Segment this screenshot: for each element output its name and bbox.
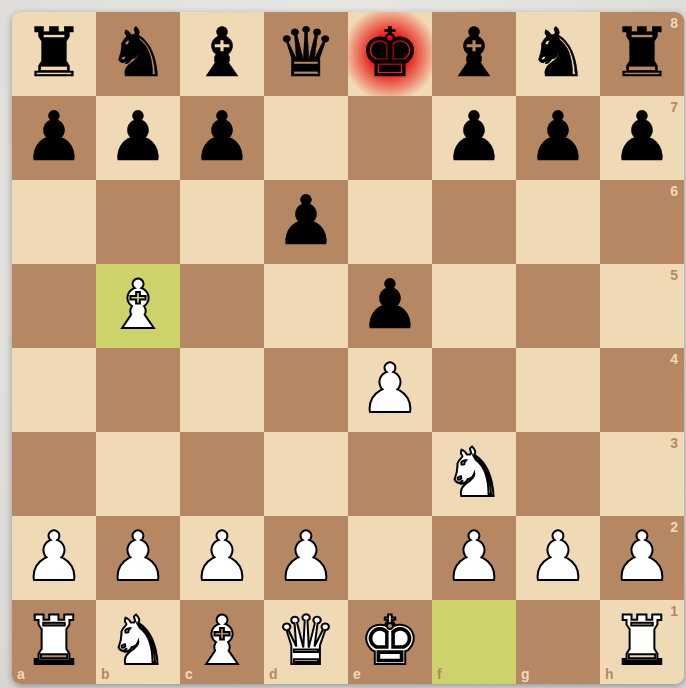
square-a2[interactable]: ♟	[12, 516, 96, 600]
black-pawn[interactable]: ♟	[516, 96, 600, 180]
square-f5[interactable]	[432, 264, 516, 348]
square-b5[interactable]: ♝	[96, 264, 180, 348]
square-f3[interactable]: ♞	[432, 432, 516, 516]
black-knight[interactable]: ♞	[516, 12, 600, 96]
square-f4[interactable]	[432, 348, 516, 432]
square-e5[interactable]: ♟	[348, 264, 432, 348]
square-b2[interactable]: ♟	[96, 516, 180, 600]
square-f2[interactable]: ♟	[432, 516, 516, 600]
square-a4[interactable]	[12, 348, 96, 432]
black-rook[interactable]: ♜	[12, 12, 96, 96]
white-rook[interactable]: ♜	[12, 600, 96, 684]
square-g1[interactable]: g	[516, 600, 600, 684]
white-king[interactable]: ♚	[348, 600, 432, 684]
black-king[interactable]: ♚	[348, 12, 432, 96]
square-d5[interactable]	[264, 264, 348, 348]
square-a5[interactable]	[12, 264, 96, 348]
black-pawn[interactable]: ♟	[348, 264, 432, 348]
square-e6[interactable]	[348, 180, 432, 264]
square-h6[interactable]: 6	[600, 180, 684, 264]
white-pawn[interactable]: ♟	[432, 516, 516, 600]
square-f8[interactable]: ♝	[432, 12, 516, 96]
file-label-g: g	[521, 666, 530, 682]
square-f1[interactable]: f	[432, 600, 516, 684]
black-pawn[interactable]: ♟	[96, 96, 180, 180]
white-pawn[interactable]: ♟	[96, 516, 180, 600]
white-bishop[interactable]: ♝	[96, 264, 180, 348]
square-h7[interactable]: ♟7	[600, 96, 684, 180]
square-d8[interactable]: ♛	[264, 12, 348, 96]
square-h2[interactable]: ♟2	[600, 516, 684, 600]
black-pawn[interactable]: ♟	[432, 96, 516, 180]
rank-label-4: 4	[670, 351, 678, 367]
square-c6[interactable]	[180, 180, 264, 264]
square-d7[interactable]	[264, 96, 348, 180]
square-b6[interactable]	[96, 180, 180, 264]
square-e4[interactable]: ♟	[348, 348, 432, 432]
square-c2[interactable]: ♟	[180, 516, 264, 600]
white-pawn[interactable]: ♟	[516, 516, 600, 600]
square-g6[interactable]	[516, 180, 600, 264]
square-g8[interactable]: ♞	[516, 12, 600, 96]
board-grid: ♜♞♝♛♚♝♞♜8♟♟♟♟♟♟7♟6♝♟5♟4♞3♟♟♟♟♟♟♟2♜a♞b♝c♛…	[12, 12, 684, 684]
square-b7[interactable]: ♟	[96, 96, 180, 180]
white-queen[interactable]: ♛	[264, 600, 348, 684]
square-b1[interactable]: ♞b	[96, 600, 180, 684]
rank-label-5: 5	[670, 267, 678, 283]
square-d4[interactable]	[264, 348, 348, 432]
white-pawn[interactable]: ♟	[264, 516, 348, 600]
black-bishop[interactable]: ♝	[180, 12, 264, 96]
black-pawn[interactable]: ♟	[180, 96, 264, 180]
black-pawn[interactable]: ♟	[12, 96, 96, 180]
square-b4[interactable]	[96, 348, 180, 432]
square-h5[interactable]: 5	[600, 264, 684, 348]
square-e8[interactable]: ♚	[348, 12, 432, 96]
square-h8[interactable]: ♜8	[600, 12, 684, 96]
white-pawn[interactable]: ♟	[600, 516, 684, 600]
square-e7[interactable]	[348, 96, 432, 180]
file-label-f: f	[437, 666, 442, 682]
square-c7[interactable]: ♟	[180, 96, 264, 180]
rank-label-6: 6	[670, 183, 678, 199]
white-pawn[interactable]: ♟	[180, 516, 264, 600]
square-a6[interactable]	[12, 180, 96, 264]
square-d3[interactable]	[264, 432, 348, 516]
square-g7[interactable]: ♟	[516, 96, 600, 180]
black-pawn[interactable]: ♟	[600, 96, 684, 180]
square-c5[interactable]	[180, 264, 264, 348]
square-e2[interactable]	[348, 516, 432, 600]
chess-board: ♜♞♝♛♚♝♞♜8♟♟♟♟♟♟7♟6♝♟5♟4♞3♟♟♟♟♟♟♟2♜a♞b♝c♛…	[12, 12, 684, 684]
rank-label-3: 3	[670, 435, 678, 451]
square-a3[interactable]	[12, 432, 96, 516]
white-knight[interactable]: ♞	[96, 600, 180, 684]
black-pawn[interactable]: ♟	[264, 180, 348, 264]
black-queen[interactable]: ♛	[264, 12, 348, 96]
square-e1[interactable]: ♚e	[348, 600, 432, 684]
black-bishop[interactable]: ♝	[432, 12, 516, 96]
square-c4[interactable]	[180, 348, 264, 432]
square-e3[interactable]	[348, 432, 432, 516]
square-g4[interactable]	[516, 348, 600, 432]
white-rook[interactable]: ♜	[600, 600, 684, 684]
square-c8[interactable]: ♝	[180, 12, 264, 96]
white-bishop[interactable]: ♝	[180, 600, 264, 684]
square-f7[interactable]: ♟	[432, 96, 516, 180]
white-pawn[interactable]: ♟	[348, 348, 432, 432]
white-knight[interactable]: ♞	[432, 432, 516, 516]
square-d1[interactable]: ♛d	[264, 600, 348, 684]
square-g3[interactable]	[516, 432, 600, 516]
square-b3[interactable]	[96, 432, 180, 516]
square-h1[interactable]: ♜h1	[600, 600, 684, 684]
square-c3[interactable]	[180, 432, 264, 516]
square-h4[interactable]: 4	[600, 348, 684, 432]
square-b8[interactable]: ♞	[96, 12, 180, 96]
square-d6[interactable]: ♟	[264, 180, 348, 264]
square-a8[interactable]: ♜	[12, 12, 96, 96]
black-rook[interactable]: ♜	[600, 12, 684, 96]
square-g2[interactable]: ♟	[516, 516, 600, 600]
square-a7[interactable]: ♟	[12, 96, 96, 180]
square-h3[interactable]: 3	[600, 432, 684, 516]
square-d2[interactable]: ♟	[264, 516, 348, 600]
black-knight[interactable]: ♞	[96, 12, 180, 96]
square-a1[interactable]: ♜a	[12, 600, 96, 684]
white-pawn[interactable]: ♟	[12, 516, 96, 600]
square-f6[interactable]	[432, 180, 516, 264]
square-g5[interactable]	[516, 264, 600, 348]
square-c1[interactable]: ♝c	[180, 600, 264, 684]
